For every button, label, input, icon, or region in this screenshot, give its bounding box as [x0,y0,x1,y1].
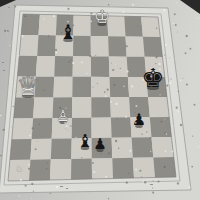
speckle [50,193,51,194]
speckle [144,181,146,183]
board-square-c1 [50,159,71,180]
speckle [169,82,171,84]
speckle [185,52,187,54]
board-square-g1 [133,157,155,178]
frame-smudge-4 [150,184,153,185]
speckle [29,135,31,137]
board-square-f6 [109,57,128,77]
speckle [183,78,184,79]
board-square-d4 [72,97,91,118]
board-square-c5 [53,77,72,98]
speckle [108,4,110,6]
speckle [39,124,40,125]
speckle [90,12,92,14]
speckle [66,125,68,127]
board-square-a2 [10,139,32,160]
speckle [43,89,44,90]
board-square-f7 [108,36,127,57]
chess-piece-white-king-e8: ♔ [94,6,110,27]
board-square-e4 [91,97,111,118]
speckle [198,18,199,19]
speckle [70,125,71,126]
speckle [123,11,125,13]
speckle [110,101,112,103]
speckle [28,168,30,170]
speckle [112,69,114,71]
speckle [100,153,101,154]
chess-scene-svg: ♘♔♝♚♕♙♟♝♟ [0,0,200,200]
speckle [38,168,39,169]
board-square-f3 [111,117,132,138]
speckle [35,148,37,150]
speckle [73,24,75,26]
speckle [125,116,127,118]
speckle [199,79,200,80]
speckle [170,79,171,80]
speckle [153,115,154,116]
speckle [90,20,92,22]
speckle [72,62,74,64]
speckle [43,18,44,19]
speckle [31,183,33,185]
speckle [105,95,107,97]
board-square-g2 [132,137,154,158]
speckle [164,55,165,56]
speckle [135,168,137,170]
chess-piece-white-queen-a5: ♕ [16,71,39,101]
speckle [157,180,159,182]
speckle [135,105,137,107]
speckle [46,168,47,169]
speckle [192,135,193,136]
speckle [91,83,92,84]
speckle [97,83,98,84]
board-square-h8 [141,17,160,37]
board-square-e7 [91,36,109,57]
speckle [25,185,27,187]
speckle [156,27,158,29]
speckle [92,162,94,164]
speckle [64,122,66,124]
speckle [176,107,178,109]
board-square-b8 [39,14,57,35]
speckle [71,40,73,42]
speckle [70,59,71,60]
speckle [32,127,34,129]
speckle [191,166,193,168]
speckle [137,25,138,26]
board-square-g8 [124,16,143,36]
board-square-b7 [37,35,56,56]
speckle [194,104,196,106]
speckle [135,122,137,124]
speckle [150,75,152,77]
speckle [92,86,93,87]
speckle [67,8,69,10]
speckle [150,85,152,87]
speckle [177,32,178,33]
speckle [120,68,121,69]
speckle [95,55,96,56]
speckle [55,49,57,51]
speckle [159,94,160,95]
chess-piece-black-bishop-d2: ♝ [77,130,93,151]
speckle [118,147,120,149]
board-square-e1 [92,158,113,179]
speckle [81,62,83,64]
speckle [123,85,125,87]
speckle [14,5,15,6]
speckle [177,182,179,184]
speckle [158,63,160,65]
board-square-d1 [71,159,92,180]
chess-piece-black-pawn-e2: ♟ [93,135,106,153]
speckle [180,124,182,126]
speckle [198,146,200,148]
speckle [129,150,131,152]
speckle [186,83,188,85]
speckle [174,59,175,60]
speckle [61,32,62,33]
speckle [105,176,107,178]
speckle [146,131,147,132]
speckle [177,111,179,113]
speckle [8,7,9,8]
speckle [47,162,48,163]
speckle [189,186,191,188]
speckle [111,63,112,64]
speckle [55,52,57,54]
speckle [7,34,8,35]
speckle [14,6,16,8]
speckle [67,129,68,130]
board-square-f4 [110,97,130,117]
speckle [143,181,145,183]
speckle [141,176,142,177]
speckle [117,119,118,120]
frame-smudge-3 [66,188,68,189]
board-maker-logo: ♘ [15,164,23,174]
speckle [3,129,5,131]
speckle [75,137,76,138]
speckle [159,68,161,70]
speckle [48,35,50,37]
speckle [31,197,32,198]
speckle [142,79,144,81]
speckle [180,80,182,82]
speckle [33,191,34,192]
speckle [81,157,82,158]
speckle [126,70,128,72]
speckle [155,63,156,64]
speckle [175,24,177,26]
speckle [7,30,9,32]
speckle [113,84,115,86]
speckle [153,180,154,181]
speckle [37,141,38,142]
speckle [4,30,6,32]
speckle [115,64,116,65]
speckle [13,106,14,107]
chess-piece-white-pawn-c3: ♙ [56,107,69,125]
speckle [164,166,166,168]
speckle [131,85,133,87]
board-square-b3 [32,118,53,139]
speckle [68,61,69,62]
speckle [150,151,151,152]
speckle [108,153,110,155]
speckle [166,133,168,135]
speckle [115,140,117,142]
speckle [166,84,168,86]
speckle [65,107,66,108]
speckle [161,121,163,123]
speckle [141,101,142,102]
speckle [128,173,129,174]
speckle [67,21,69,23]
board-square-h3 [150,117,172,137]
speckle [89,55,91,57]
board-square-g7 [126,37,145,57]
speckle [84,138,86,140]
speckle [171,150,173,152]
board-square-b2 [30,139,51,160]
speckle [22,35,24,37]
speckle [115,103,117,105]
speckle [11,81,12,82]
speckle [78,80,79,81]
speckle [152,187,153,188]
board-square-e6 [91,56,110,77]
speckle [93,171,95,173]
speckle [189,48,191,50]
speckle [150,137,152,139]
speckle [153,52,154,53]
speckle [28,164,30,166]
speckle [126,181,128,183]
speckle [176,2,177,3]
board-square-d6 [73,56,92,77]
speckle [186,35,188,37]
speckle [18,55,19,56]
frame-smudge-0 [2,62,4,63]
speckle [64,77,65,78]
frame-smudge-1 [3,70,5,71]
speckle [155,56,157,58]
speckle [164,132,165,133]
board-square-f8 [107,16,125,37]
speckle [152,192,154,194]
speckle [172,125,173,126]
speckle [169,58,170,59]
speckle [53,15,55,17]
speckle [11,126,12,127]
speckle [86,73,87,74]
speckle [164,119,165,120]
board-square-e5 [91,77,110,98]
board-square-a8 [21,14,40,35]
board-square-c2 [51,138,72,159]
speckle [172,23,173,24]
board-square-d5 [72,77,91,98]
board-square-a7 [19,35,38,56]
speckle [178,91,179,92]
speckle [163,9,165,11]
speckle [132,4,134,6]
speckle [9,45,10,46]
speckle [165,150,167,152]
speckle [139,170,141,172]
board-square-f2 [112,138,133,159]
speckle [16,91,17,92]
board-square-h4 [148,97,169,117]
chessboard-photo: ♘♔♝♚♕♙♟♝♟ [0,0,200,200]
board-square-f5 [110,77,130,97]
board-square-f1 [112,158,134,179]
speckle [141,134,142,135]
board-square-h7 [143,37,163,57]
speckle [0,155,2,157]
speckle [25,15,27,17]
speckle [56,186,58,188]
speckle [97,22,99,24]
speckle [19,195,20,196]
speckle [108,198,109,199]
board-square-c6 [54,56,73,77]
board-square-h2 [152,137,174,157]
speckle [107,88,109,90]
speckle [174,13,176,15]
speckle [20,179,22,181]
frame-smudge-2 [60,186,63,187]
chess-piece-black-king-h4: ♚ [141,63,164,93]
speckle [165,44,167,46]
speckle [126,45,128,47]
speckle [65,128,66,129]
speckle [104,91,106,93]
speckle [134,112,135,113]
chess-piece-black-pawn-g3: ♟ [132,110,146,129]
chess-piece-black-bishop-c7: ♝ [59,20,77,44]
speckle [59,107,61,109]
